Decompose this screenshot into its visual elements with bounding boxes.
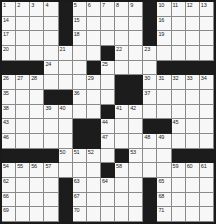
- clue-number: 12: [187, 2, 193, 8]
- grid-cell[interactable]: [115, 119, 129, 134]
- black-cell: [59, 2, 73, 17]
- grid-cell[interactable]: 4: [44, 2, 58, 17]
- clue-number: 34: [201, 75, 207, 81]
- clue-number: 64: [102, 178, 108, 184]
- black-cell: [16, 149, 30, 164]
- grid-cell[interactable]: 71: [157, 207, 171, 222]
- clue-number: 50: [60, 149, 66, 155]
- grid-cell[interactable]: [115, 31, 129, 46]
- black-cell: [143, 178, 157, 193]
- black-cell: [59, 178, 73, 193]
- grid-cell[interactable]: [101, 75, 115, 90]
- grid-cell[interactable]: 51: [73, 149, 87, 164]
- grid-cell[interactable]: 64: [101, 178, 115, 193]
- clue-number: 46: [3, 134, 9, 140]
- grid-cell[interactable]: 20: [2, 46, 16, 61]
- grid-cell[interactable]: 24: [44, 61, 58, 76]
- black-cell: [143, 17, 157, 32]
- black-cell: [2, 149, 16, 164]
- grid-cell[interactable]: [16, 178, 30, 193]
- grid-cell[interactable]: [115, 61, 129, 76]
- clue-number: 42: [130, 105, 136, 111]
- grid-cell[interactable]: [44, 119, 58, 134]
- grid-cell[interactable]: 5: [73, 2, 87, 17]
- grid-cell[interactable]: 58: [115, 163, 129, 178]
- grid-cell[interactable]: 29: [87, 75, 101, 90]
- grid-cell[interactable]: 41: [115, 105, 129, 120]
- grid-cell[interactable]: [87, 105, 101, 120]
- grid-cell[interactable]: [200, 17, 214, 32]
- grid-cell[interactable]: [73, 61, 87, 76]
- clue-number: 47: [102, 134, 108, 140]
- clue-number: 63: [74, 178, 80, 184]
- grid-cell[interactable]: 53: [129, 149, 143, 164]
- clue-number: 8: [116, 2, 119, 8]
- grid-cell[interactable]: [115, 134, 129, 149]
- grid-cell[interactable]: 17: [2, 31, 16, 46]
- grid-cell[interactable]: 13: [200, 2, 214, 17]
- grid-cell[interactable]: 2: [16, 2, 30, 17]
- grid-cell[interactable]: 45: [172, 119, 186, 134]
- grid-cell[interactable]: [30, 178, 44, 193]
- grid-cell[interactable]: 35: [2, 90, 16, 105]
- grid-cell[interactable]: 12: [186, 2, 200, 17]
- grid-cell[interactable]: [200, 105, 214, 120]
- grid-cell[interactable]: [172, 105, 186, 120]
- grid-cell[interactable]: [44, 193, 58, 208]
- clue-number: 71: [158, 207, 164, 213]
- clue-number: 14: [3, 17, 9, 23]
- clue-number: 26: [3, 75, 9, 81]
- grid-cell[interactable]: [30, 119, 44, 134]
- grid-cell[interactable]: 9: [129, 2, 143, 17]
- clue-number: 56: [31, 163, 37, 169]
- clue-number: 68: [158, 193, 164, 199]
- clue-number: 39: [45, 105, 51, 111]
- grid-cell[interactable]: [101, 207, 115, 222]
- grid-cell[interactable]: [143, 61, 157, 76]
- grid-cell[interactable]: [157, 90, 171, 105]
- grid-cell[interactable]: [16, 207, 30, 222]
- grid-cell[interactable]: 15: [73, 17, 87, 32]
- grid-cell[interactable]: [129, 46, 143, 61]
- clue-number: 17: [3, 31, 9, 37]
- black-cell: [186, 61, 200, 76]
- clue-number: 52: [88, 149, 94, 155]
- grid-cell[interactable]: [172, 31, 186, 46]
- grid-cell[interactable]: 31: [157, 75, 171, 90]
- grid-cell[interactable]: 61: [200, 163, 214, 178]
- grid-cell[interactable]: [44, 31, 58, 46]
- black-cell: [73, 134, 87, 149]
- clue-number: 11: [173, 2, 178, 8]
- black-cell: [44, 90, 58, 105]
- grid-cell[interactable]: [16, 105, 30, 120]
- grid-cell[interactable]: 70: [73, 207, 87, 222]
- grid-cell[interactable]: [30, 207, 44, 222]
- black-cell: [129, 90, 143, 105]
- black-cell: [101, 163, 115, 178]
- grid-cell[interactable]: 30: [143, 75, 157, 90]
- grid-cell[interactable]: 39: [44, 105, 58, 120]
- grid-cell[interactable]: [200, 178, 214, 193]
- black-cell: [143, 2, 157, 17]
- grid-cell[interactable]: 42: [129, 105, 143, 120]
- black-cell: [73, 119, 87, 134]
- clue-number: 25: [102, 61, 108, 67]
- grid-cell[interactable]: 54: [2, 163, 16, 178]
- black-cell: [157, 119, 171, 134]
- grid-cell[interactable]: 49: [157, 134, 171, 149]
- grid-cell[interactable]: [186, 46, 200, 61]
- clue-number: 70: [74, 207, 80, 213]
- grid-cell[interactable]: 56: [30, 163, 44, 178]
- grid-cell[interactable]: 23: [143, 46, 157, 61]
- crossword-page: 1234567891011121314151617181920212223242…: [0, 0, 216, 224]
- black-cell: [200, 149, 214, 164]
- grid-cell[interactable]: [157, 149, 171, 164]
- grid-cell[interactable]: [172, 17, 186, 32]
- grid-cell[interactable]: 69: [2, 207, 16, 222]
- grid-cell[interactable]: 16: [157, 17, 171, 32]
- grid-cell[interactable]: [87, 17, 101, 32]
- clue-number: 28: [31, 75, 37, 81]
- grid-cell[interactable]: 68: [157, 193, 171, 208]
- black-cell: [59, 207, 73, 222]
- black-cell: [87, 61, 101, 76]
- grid-cell[interactable]: 25: [101, 61, 115, 76]
- grid-cell[interactable]: [186, 134, 200, 149]
- grid-cell[interactable]: [59, 163, 73, 178]
- grid-cell[interactable]: [101, 149, 115, 164]
- grid-cell[interactable]: [44, 134, 58, 149]
- grid-cell[interactable]: [87, 178, 101, 193]
- clue-number: 36: [74, 90, 80, 96]
- clue-number: 32: [173, 75, 179, 81]
- grid-cell[interactable]: 19: [157, 31, 171, 46]
- black-cell: [59, 193, 73, 208]
- black-cell: [16, 61, 30, 76]
- grid-cell[interactable]: [186, 90, 200, 105]
- grid-cell[interactable]: [87, 163, 101, 178]
- grid-cell[interactable]: 27: [16, 75, 30, 90]
- clue-number: 57: [45, 163, 51, 169]
- clue-number: 41: [116, 105, 122, 111]
- grid-cell[interactable]: [172, 134, 186, 149]
- grid-cell[interactable]: [157, 46, 171, 61]
- grid-cell[interactable]: [59, 61, 73, 76]
- grid-cell[interactable]: 1: [2, 2, 16, 17]
- grid-cell[interactable]: [172, 46, 186, 61]
- grid-cell[interactable]: [30, 46, 44, 61]
- grid-cell[interactable]: 10: [157, 2, 171, 17]
- grid-cell[interactable]: [87, 207, 101, 222]
- clue-number: 37: [144, 90, 150, 96]
- clue-number: 22: [116, 46, 122, 52]
- clue-number: 9: [130, 2, 133, 8]
- grid-cell[interactable]: 50: [59, 149, 73, 164]
- black-cell: [143, 31, 157, 46]
- grid-cell[interactable]: [143, 105, 157, 120]
- grid-cell[interactable]: 46: [2, 134, 16, 149]
- grid-cell[interactable]: [73, 163, 87, 178]
- clue-number: 61: [201, 163, 207, 169]
- grid-cell[interactable]: [44, 17, 58, 32]
- clue-number: 7: [102, 2, 105, 8]
- grid-cell[interactable]: 3: [30, 2, 44, 17]
- grid-cell[interactable]: [87, 193, 101, 208]
- grid-cell[interactable]: [172, 207, 186, 222]
- black-cell: [101, 105, 115, 120]
- clue-number: 60: [187, 163, 193, 169]
- clue-number: 54: [3, 163, 9, 169]
- crossword-grid: 1234567891011121314151617181920212223242…: [0, 0, 216, 224]
- grid-cell[interactable]: [143, 149, 157, 164]
- grid-cell[interactable]: [30, 31, 44, 46]
- grid-cell[interactable]: [129, 207, 143, 222]
- black-cell: [101, 46, 115, 61]
- clue-number: 23: [144, 46, 150, 52]
- grid-cell[interactable]: [30, 134, 44, 149]
- grid-cell[interactable]: 59: [172, 163, 186, 178]
- grid-cell[interactable]: [30, 193, 44, 208]
- grid-cell[interactable]: [200, 31, 214, 46]
- black-cell: [143, 193, 157, 208]
- grid-cell[interactable]: [16, 31, 30, 46]
- grid-cell[interactable]: [129, 17, 143, 32]
- grid-cell[interactable]: [44, 178, 58, 193]
- grid-cell[interactable]: [101, 90, 115, 105]
- clue-number: 62: [3, 178, 9, 184]
- grid-cell[interactable]: [73, 75, 87, 90]
- grid-cell[interactable]: [200, 193, 214, 208]
- grid-cell[interactable]: [186, 193, 200, 208]
- black-cell: [44, 149, 58, 164]
- clue-number: 31: [158, 75, 164, 81]
- black-cell: [59, 31, 73, 46]
- grid-cell[interactable]: [30, 17, 44, 32]
- black-cell: [172, 149, 186, 164]
- clue-number: 67: [74, 193, 80, 199]
- grid-cell[interactable]: 7: [101, 2, 115, 17]
- grid-cell[interactable]: [73, 105, 87, 120]
- grid-cell[interactable]: 55: [16, 163, 30, 178]
- clue-number: 16: [158, 17, 164, 23]
- clue-number: 58: [116, 163, 122, 169]
- grid-cell[interactable]: [115, 178, 129, 193]
- black-cell: [172, 61, 186, 76]
- black-cell: [30, 149, 44, 164]
- grid-cell[interactable]: 32: [172, 75, 186, 90]
- grid-cell[interactable]: [129, 31, 143, 46]
- grid-cell[interactable]: [44, 46, 58, 61]
- grid-cell[interactable]: [115, 207, 129, 222]
- clue-number: 6: [88, 2, 91, 8]
- black-cell: [143, 207, 157, 222]
- black-cell: [30, 61, 44, 76]
- clue-number: 15: [74, 17, 80, 23]
- black-cell: [59, 90, 73, 105]
- grid-cell[interactable]: 21: [59, 46, 73, 61]
- black-cell: [2, 61, 16, 76]
- grid-cell[interactable]: [44, 207, 58, 222]
- grid-cell[interactable]: 52: [87, 149, 101, 164]
- grid-cell[interactable]: [115, 17, 129, 32]
- grid-cell[interactable]: [129, 61, 143, 76]
- grid-cell[interactable]: [101, 17, 115, 32]
- grid-cell[interactable]: 38: [2, 105, 16, 120]
- clue-number: 53: [130, 149, 136, 155]
- grid-cell[interactable]: [59, 119, 73, 134]
- grid-cell[interactable]: 65: [157, 178, 171, 193]
- grid-cell[interactable]: [101, 193, 115, 208]
- grid-cell[interactable]: 8: [115, 2, 129, 17]
- grid-cell[interactable]: [30, 105, 44, 120]
- clue-number: 65: [158, 178, 164, 184]
- grid-cell[interactable]: [186, 119, 200, 134]
- black-cell: [143, 119, 157, 134]
- grid-cell[interactable]: [200, 134, 214, 149]
- grid-cell[interactable]: [200, 119, 214, 134]
- grid-cell[interactable]: [73, 46, 87, 61]
- grid-cell[interactable]: [200, 46, 214, 61]
- clue-number: 24: [45, 61, 51, 67]
- grid-cell[interactable]: [16, 46, 30, 61]
- grid-cell[interactable]: [16, 17, 30, 32]
- grid-cell[interactable]: [129, 178, 143, 193]
- grid-cell[interactable]: [186, 105, 200, 120]
- clue-number: 48: [144, 134, 150, 140]
- grid-cell[interactable]: 63: [73, 178, 87, 193]
- grid-cell[interactable]: [172, 90, 186, 105]
- grid-cell[interactable]: 44: [101, 119, 115, 134]
- clue-number: 55: [17, 163, 23, 169]
- grid-cell[interactable]: 62: [2, 178, 16, 193]
- clue-number: 27: [17, 75, 23, 81]
- black-cell: [129, 75, 143, 90]
- grid-cell[interactable]: [172, 193, 186, 208]
- clue-number: 51: [74, 149, 80, 155]
- grid-cell[interactable]: [129, 193, 143, 208]
- clue-number: 2: [17, 2, 20, 8]
- grid-cell[interactable]: [129, 163, 143, 178]
- clue-number: 66: [3, 193, 9, 199]
- grid-cell[interactable]: 36: [73, 90, 87, 105]
- grid-cell[interactable]: [186, 207, 200, 222]
- grid-cell[interactable]: 66: [2, 193, 16, 208]
- black-cell: [115, 90, 129, 105]
- clue-number: 10: [158, 2, 164, 8]
- grid-cell[interactable]: 43: [2, 119, 16, 134]
- grid-cell[interactable]: [16, 119, 30, 134]
- grid-cell[interactable]: [157, 105, 171, 120]
- grid-cell[interactable]: 48: [143, 134, 157, 149]
- grid-cell[interactable]: 37: [143, 90, 157, 105]
- grid-cell[interactable]: [16, 90, 30, 105]
- grid-cell[interactable]: [87, 46, 101, 61]
- clue-number: 43: [3, 119, 9, 125]
- clue-number: 1: [3, 2, 6, 8]
- grid-cell[interactable]: [200, 90, 214, 105]
- grid-cell[interactable]: 11: [172, 2, 186, 17]
- grid-cell[interactable]: [186, 178, 200, 193]
- grid-cell[interactable]: [157, 163, 171, 178]
- grid-cell[interactable]: 60: [186, 163, 200, 178]
- grid-cell[interactable]: [115, 193, 129, 208]
- clue-number: 19: [158, 31, 164, 37]
- clue-number: 29: [88, 75, 94, 81]
- grid-cell[interactable]: [16, 134, 30, 149]
- grid-cell[interactable]: 67: [73, 193, 87, 208]
- clue-number: 33: [187, 75, 193, 81]
- clue-number: 45: [173, 119, 179, 125]
- clue-number: 30: [144, 75, 150, 81]
- grid-cell[interactable]: 34: [200, 75, 214, 90]
- clue-number: 59: [173, 163, 179, 169]
- grid-cell[interactable]: [186, 17, 200, 32]
- grid-cell[interactable]: [129, 119, 143, 134]
- black-cell: [115, 149, 129, 164]
- black-cell: [59, 17, 73, 32]
- grid-cell[interactable]: 57: [44, 163, 58, 178]
- clue-number: 18: [74, 31, 80, 37]
- black-cell: [87, 134, 101, 149]
- grid-cell[interactable]: [59, 75, 73, 90]
- grid-cell[interactable]: 28: [30, 75, 44, 90]
- grid-cell[interactable]: 26: [2, 75, 16, 90]
- clue-number: 38: [3, 105, 9, 111]
- grid-cell[interactable]: [87, 90, 101, 105]
- clue-number: 21: [60, 46, 66, 52]
- clue-number: 49: [158, 134, 164, 140]
- clue-number: 35: [3, 90, 9, 96]
- black-cell: [87, 119, 101, 134]
- grid-cell[interactable]: [143, 163, 157, 178]
- grid-cell[interactable]: [186, 31, 200, 46]
- grid-cell[interactable]: 14: [2, 17, 16, 32]
- grid-cell[interactable]: [44, 75, 58, 90]
- grid-cell[interactable]: [30, 90, 44, 105]
- grid-cell[interactable]: [101, 31, 115, 46]
- grid-cell[interactable]: [129, 134, 143, 149]
- grid-cell[interactable]: [59, 134, 73, 149]
- clue-number: 69: [3, 207, 9, 213]
- clue-number: 13: [201, 2, 207, 8]
- grid-cell[interactable]: [16, 193, 30, 208]
- black-cell: [157, 61, 171, 76]
- clue-number: 5: [74, 2, 77, 8]
- grid-cell[interactable]: 40: [59, 105, 73, 120]
- grid-cell[interactable]: [87, 31, 101, 46]
- black-cell: [186, 149, 200, 164]
- black-cell: [200, 61, 214, 76]
- clue-number: 4: [45, 2, 48, 8]
- grid-cell[interactable]: 47: [101, 134, 115, 149]
- grid-cell[interactable]: 22: [115, 46, 129, 61]
- clue-number: 20: [3, 46, 9, 52]
- clue-number: 40: [60, 105, 66, 111]
- grid-cell[interactable]: [200, 207, 214, 222]
- grid-cell[interactable]: 33: [186, 75, 200, 90]
- clue-number: 3: [31, 2, 34, 8]
- grid-cell[interactable]: [172, 178, 186, 193]
- clue-number: 44: [102, 119, 108, 125]
- grid-cell[interactable]: 18: [73, 31, 87, 46]
- black-cell: [115, 75, 129, 90]
- grid-cell[interactable]: 6: [87, 2, 101, 17]
